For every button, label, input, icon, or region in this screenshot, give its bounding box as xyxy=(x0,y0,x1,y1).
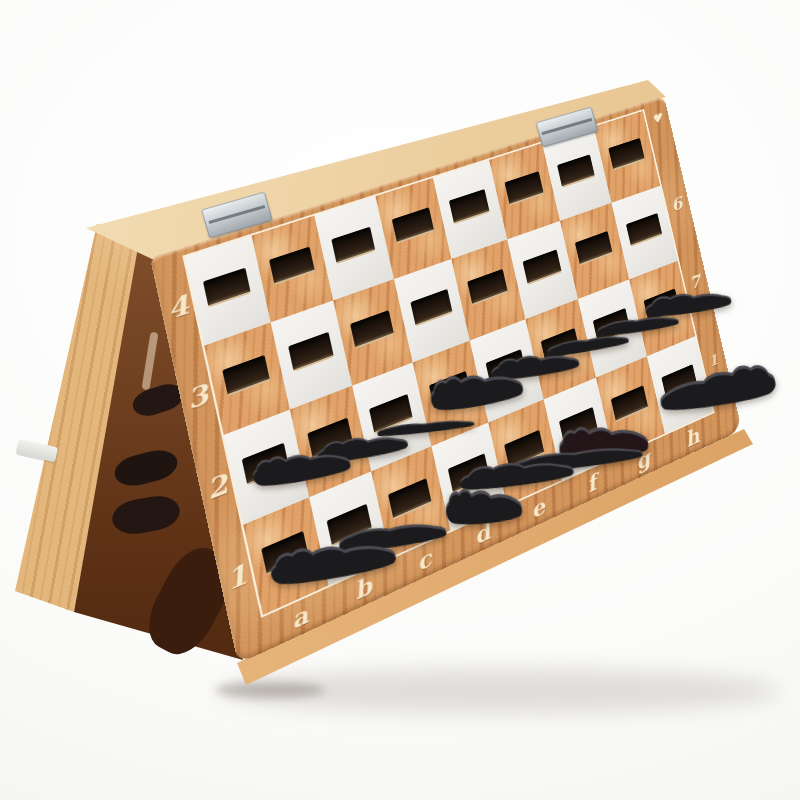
piece-slot-b3 xyxy=(288,332,334,372)
piece-slot-c3 xyxy=(350,310,394,349)
piece-slot-g4 xyxy=(557,154,595,187)
scene: 4321abcdefgh♥671 xyxy=(0,0,800,800)
piece-slot-e4 xyxy=(449,189,490,224)
piece-slot-a4 xyxy=(203,267,251,307)
rank-label-right-0: ♥ xyxy=(650,110,664,127)
file-label-a: a xyxy=(288,600,310,634)
piece-slot-e3 xyxy=(467,269,508,305)
piece-slot-h4 xyxy=(608,138,645,170)
piece-slot-b4 xyxy=(269,246,315,284)
piece-slot-d4 xyxy=(392,207,434,243)
piece-slot-g3 xyxy=(575,231,613,265)
piece-slot-a3 xyxy=(223,355,271,396)
rank-label-left-1: 1 xyxy=(224,558,251,596)
rank-label-left-4: 4 xyxy=(165,289,192,325)
rank-label-left-2: 2 xyxy=(204,468,231,505)
piece-slot-c1 xyxy=(388,478,432,519)
corner-shadow xyxy=(215,682,325,698)
rank-label-right-1: 6 xyxy=(669,193,684,215)
piece-slot-f3 xyxy=(522,249,561,284)
piece-slot-d3 xyxy=(410,289,452,326)
piece-slot-g1 xyxy=(611,385,649,422)
rank-label-left-3: 3 xyxy=(184,378,211,415)
file-label-h: h xyxy=(683,423,702,452)
piece-slot-c4 xyxy=(331,226,375,263)
file-label-e: e xyxy=(529,492,548,523)
piece-slot-f4 xyxy=(504,171,543,205)
file-label-f: f xyxy=(584,469,598,497)
piece-slot-h3 xyxy=(626,213,662,247)
